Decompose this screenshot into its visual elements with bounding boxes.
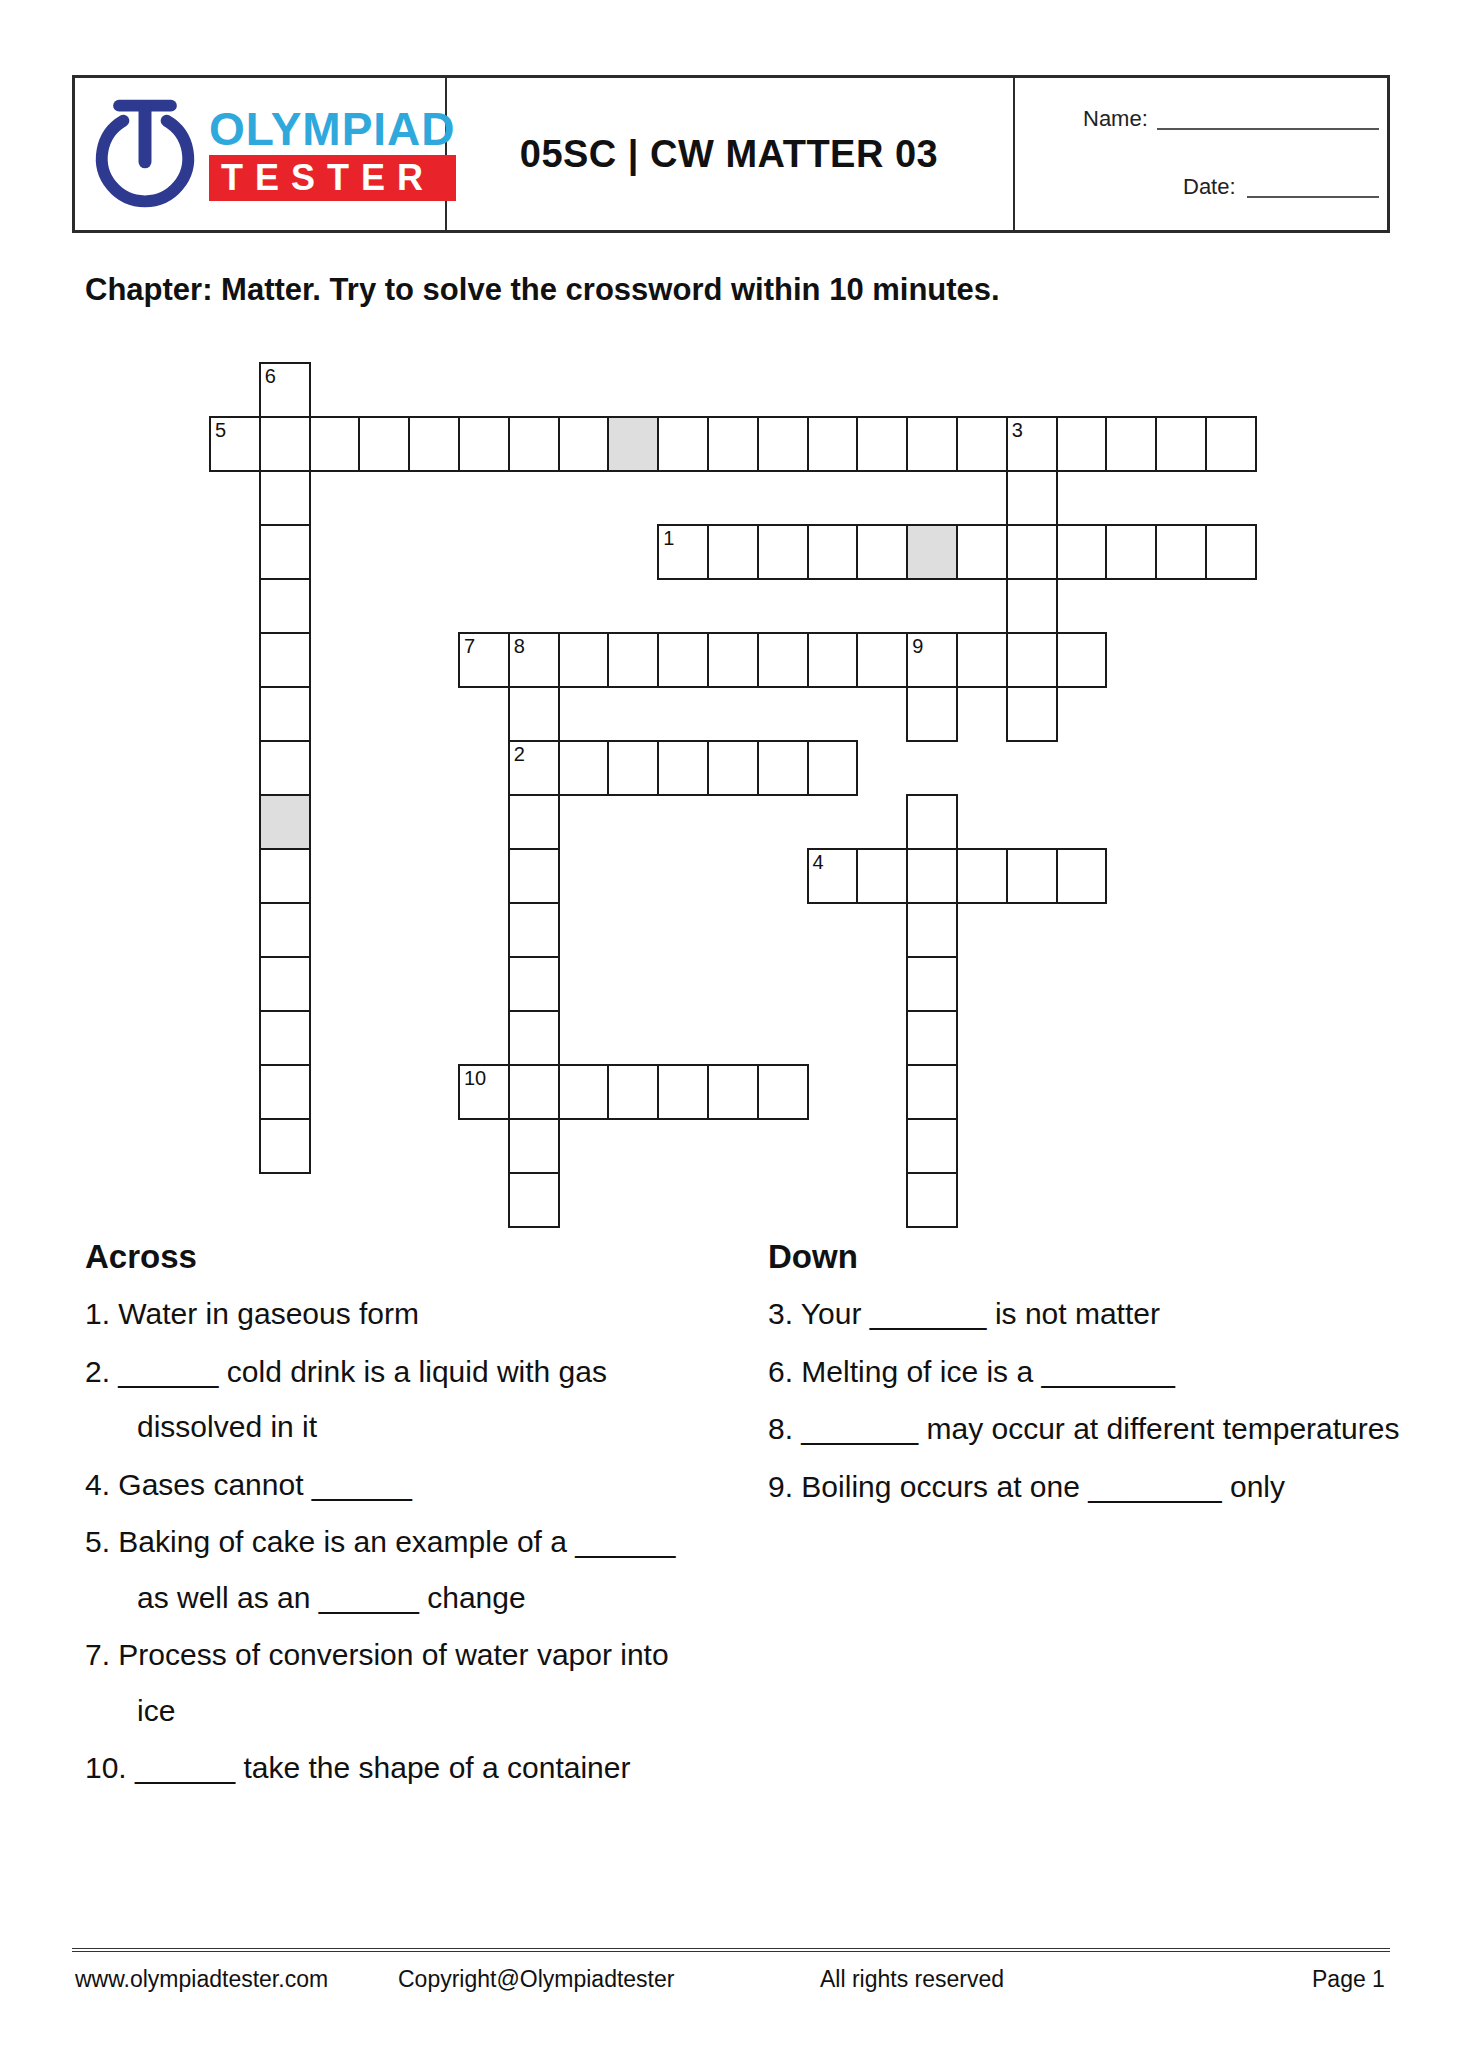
grid-cell-r13c5[interactable]: 10: [458, 1064, 510, 1120]
name-field-line[interactable]: [1157, 127, 1379, 130]
grid-cell-r11c6[interactable]: [508, 956, 560, 1012]
crossword-grid: 65317892410: [209, 362, 1255, 1226]
grid-cell-r9c14[interactable]: [906, 848, 958, 904]
clue-number-10: 10: [464, 1067, 486, 1090]
grid-separator-cell-r1c8: [607, 416, 659, 472]
grid-cell-r1c5[interactable]: [458, 416, 510, 472]
grid-cell-r15c14[interactable]: [906, 1172, 958, 1228]
grid-cell-r13c7[interactable]: [558, 1064, 610, 1120]
grid-cell-r3c17[interactable]: [1056, 524, 1108, 580]
grid-cell-r11c14[interactable]: [906, 956, 958, 1012]
grid-cell-r13c1[interactable]: [259, 1064, 311, 1120]
grid-cell-r1c4[interactable]: [408, 416, 460, 472]
grid-cell-r5c10[interactable]: [707, 632, 759, 688]
footer-rights: All rights reserved: [820, 1966, 1004, 1993]
clue-number-9: 9: [912, 635, 923, 658]
grid-cell-r9c6[interactable]: [508, 848, 560, 904]
grid-cell-r5c12[interactable]: [807, 632, 859, 688]
grid-cell-r3c1[interactable]: [259, 524, 311, 580]
grid-cell-r9c15[interactable]: [956, 848, 1008, 904]
grid-cell-r12c1[interactable]: [259, 1010, 311, 1066]
grid-cell-r5c11[interactable]: [757, 632, 809, 688]
grid-cell-r3c10[interactable]: [707, 524, 759, 580]
across-clue-list: 1. Water in gaseous form2. ______ cold d…: [85, 1286, 710, 1798]
grid-cell-r13c10[interactable]: [707, 1064, 759, 1120]
grid-cell-r9c13[interactable]: [856, 848, 908, 904]
grid-separator-cell-r3c14: [906, 524, 958, 580]
grid-cell-r1c9[interactable]: [657, 416, 709, 472]
grid-cell-r3c9[interactable]: 1: [657, 524, 709, 580]
grid-cell-r5c1[interactable]: [259, 632, 311, 688]
date-label: Date:: [1183, 174, 1236, 200]
grid-cell-r0c1[interactable]: 6: [259, 362, 311, 418]
down-clue-6: 6. Melting of ice is a ________: [768, 1344, 1408, 1400]
footer-copyright: Copyright@Olympiadtester: [398, 1966, 674, 1993]
grid-cell-r7c8[interactable]: [607, 740, 659, 796]
grid-cell-r2c16[interactable]: [1006, 470, 1058, 526]
grid-cell-r8c14[interactable]: [906, 794, 958, 850]
grid-cell-r6c14[interactable]: [906, 686, 958, 742]
grid-cell-r3c16[interactable]: [1006, 524, 1058, 580]
across-clue-2: 2. ______ cold drink is a liquid with ga…: [85, 1344, 710, 1455]
grid-cell-r7c12[interactable]: [807, 740, 859, 796]
grid-cell-r8c6[interactable]: [508, 794, 560, 850]
grid-cell-r5c15[interactable]: [956, 632, 1008, 688]
grid-cell-r7c6[interactable]: 2: [508, 740, 560, 796]
clue-number-8: 8: [514, 635, 525, 658]
grid-cell-r7c1[interactable]: [259, 740, 311, 796]
grid-cell-r4c1[interactable]: [259, 578, 311, 634]
grid-cell-r3c15[interactable]: [956, 524, 1008, 580]
down-clue-8: 8. _______ may occur at different temper…: [768, 1401, 1408, 1457]
down-clue-3: 3. Your _______ is not matter: [768, 1286, 1408, 1342]
name-label: Name:: [1083, 106, 1148, 132]
grid-cell-r7c11[interactable]: [757, 740, 809, 796]
grid-cell-r1c20[interactable]: [1205, 416, 1257, 472]
grid-cell-r1c1[interactable]: [259, 416, 311, 472]
clue-number-2: 2: [514, 743, 525, 766]
grid-cell-r3c19[interactable]: [1155, 524, 1207, 580]
grid-cell-r1c18[interactable]: [1105, 416, 1157, 472]
grid-cell-r14c6[interactable]: [508, 1118, 560, 1174]
grid-cell-r5c17[interactable]: [1056, 632, 1108, 688]
grid-cell-r5c7[interactable]: [558, 632, 610, 688]
grid-cell-r7c10[interactable]: [707, 740, 759, 796]
grid-cell-r11c1[interactable]: [259, 956, 311, 1012]
grid-cell-r10c1[interactable]: [259, 902, 311, 958]
logo-text-tester: TESTER: [209, 155, 456, 200]
grid-cell-r6c16[interactable]: [1006, 686, 1058, 742]
date-field-line[interactable]: [1247, 195, 1379, 198]
grid-cell-r1c2[interactable]: [309, 416, 361, 472]
across-clue-5: 5. Baking of cake is an example of a ___…: [85, 1514, 710, 1625]
grid-cell-r1c0[interactable]: 5: [209, 416, 261, 472]
grid-cell-r5c8[interactable]: [607, 632, 659, 688]
logo: OLYMPIAD TESTER: [91, 92, 456, 214]
grid-cell-r15c6[interactable]: [508, 1172, 560, 1228]
header-box: OLYMPIAD TESTER 05SC | CW MATTER 03 Name…: [72, 75, 1390, 233]
power-t-icon: [91, 92, 199, 214]
grid-cell-r14c1[interactable]: [259, 1118, 311, 1174]
grid-cell-r1c16[interactable]: 3: [1006, 416, 1058, 472]
grid-cell-r5c5[interactable]: 7: [458, 632, 510, 688]
across-clue-1: 1. Water in gaseous form: [85, 1286, 710, 1342]
grid-cell-r9c12[interactable]: 4: [807, 848, 859, 904]
grid-cell-r7c9[interactable]: [657, 740, 709, 796]
grid-cell-r3c11[interactable]: [757, 524, 809, 580]
grid-cell-r1c3[interactable]: [358, 416, 410, 472]
grid-cell-r13c14[interactable]: [906, 1064, 958, 1120]
across-clue-4: 4. Gases cannot ______: [85, 1457, 710, 1513]
grid-cell-r13c6[interactable]: [508, 1064, 560, 1120]
grid-cell-r14c14[interactable]: [906, 1118, 958, 1174]
grid-cell-r12c6[interactable]: [508, 1010, 560, 1066]
grid-cell-r3c18[interactable]: [1105, 524, 1157, 580]
page-title: 05SC | CW MATTER 03: [445, 78, 1013, 230]
grid-cell-r5c14[interactable]: 9: [906, 632, 958, 688]
footer-rule: [72, 1948, 1390, 1952]
grid-cell-r1c13[interactable]: [856, 416, 908, 472]
grid-cell-r1c12[interactable]: [807, 416, 859, 472]
across-clue-10: 10. ______ take the shape of a container: [85, 1740, 710, 1796]
grid-cell-r6c1[interactable]: [259, 686, 311, 742]
grid-cell-r5c6[interactable]: 8: [508, 632, 560, 688]
grid-cell-r5c13[interactable]: [856, 632, 908, 688]
grid-cell-r13c9[interactable]: [657, 1064, 709, 1120]
grid-cell-r5c16[interactable]: [1006, 632, 1058, 688]
grid-cell-r3c20[interactable]: [1205, 524, 1257, 580]
grid-cell-r1c19[interactable]: [1155, 416, 1207, 472]
footer-website: www.olympiadtester.com: [75, 1966, 328, 1993]
grid-cell-r3c12[interactable]: [807, 524, 859, 580]
clue-number-7: 7: [464, 635, 475, 658]
grid-cell-r13c8[interactable]: [607, 1064, 659, 1120]
down-clue-list: 3. Your _______ is not matter6. Melting …: [768, 1286, 1408, 1516]
grid-cell-r2c1[interactable]: [259, 470, 311, 526]
clue-number-3: 3: [1012, 419, 1023, 442]
grid-cell-r3c13[interactable]: [856, 524, 908, 580]
grid-cell-r1c14[interactable]: [906, 416, 958, 472]
worksheet-page: OLYMPIAD TESTER 05SC | CW MATTER 03 Name…: [0, 0, 1458, 2048]
clue-number-5: 5: [215, 419, 226, 442]
grid-cell-r9c1[interactable]: [259, 848, 311, 904]
clue-number-6: 6: [265, 365, 276, 388]
logo-text-olympiad: OLYMPIAD: [209, 105, 456, 153]
grid-separator-cell-r8c1: [259, 794, 311, 850]
grid-cell-r6c6[interactable]: [508, 686, 560, 742]
grid-cell-r10c14[interactable]: [906, 902, 958, 958]
grid-cell-r1c17[interactable]: [1056, 416, 1108, 472]
grid-cell-r1c6[interactable]: [508, 416, 560, 472]
across-clue-7: 7. Process of conversion of water vapor …: [85, 1627, 710, 1738]
grid-cell-r5c9[interactable]: [657, 632, 709, 688]
clue-number-1: 1: [663, 527, 674, 550]
grid-cell-r7c7[interactable]: [558, 740, 610, 796]
across-heading: Across: [85, 1238, 197, 1276]
chapter-instruction: Chapter: Matter. Try to solve the crossw…: [85, 272, 1000, 308]
down-heading: Down: [768, 1238, 858, 1276]
down-clue-9: 9. Boiling occurs at one ________ only: [768, 1459, 1408, 1515]
grid-cell-r1c10[interactable]: [707, 416, 759, 472]
grid-cell-r9c17[interactable]: [1056, 848, 1108, 904]
header-divider: [1013, 78, 1015, 230]
grid-cell-r9c16[interactable]: [1006, 848, 1058, 904]
grid-cell-r12c14[interactable]: [906, 1010, 958, 1066]
footer-page: Page 1: [1312, 1966, 1385, 1993]
grid-cell-r1c7[interactable]: [558, 416, 610, 472]
grid-cell-r10c6[interactable]: [508, 902, 560, 958]
grid-cell-r4c16[interactable]: [1006, 578, 1058, 634]
grid-cell-r13c11[interactable]: [757, 1064, 809, 1120]
grid-cell-r1c15[interactable]: [956, 416, 1008, 472]
clue-number-4: 4: [813, 851, 824, 874]
grid-cell-r1c11[interactable]: [757, 416, 809, 472]
